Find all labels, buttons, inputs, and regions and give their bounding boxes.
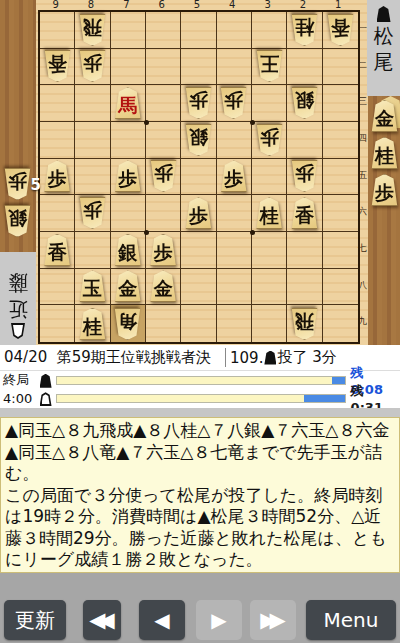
cell-3-6: 桂 (252, 195, 287, 232)
sente-clock-icon (37, 371, 55, 390)
cell-2-2 (287, 49, 322, 86)
koma-gote-8-1: 飛 (78, 14, 107, 46)
cell-3-7 (252, 232, 287, 269)
koma-gote-4-3: 歩 (219, 87, 248, 119)
gote-piece-icon (11, 323, 25, 339)
cell-3-3 (252, 85, 287, 122)
hand-gote-銀: 銀 (3, 205, 32, 237)
koma-gote-5-4: 銀 (184, 124, 213, 156)
cell-6-7: 歩 (146, 232, 181, 269)
shogi-board: 987654321 一二三四五六七八九 飛桂香香歩王馬歩歩銀銀歩歩歩歩歩歩歩歩桂… (36, 0, 368, 345)
koma-sente-6-7: 歩 (149, 234, 178, 266)
cell-9-9 (40, 305, 75, 342)
file-label-8: 8 (73, 0, 108, 10)
koma-sente-9-5: 歩 (43, 160, 72, 192)
koma-gote-9-2: 香 (43, 50, 72, 82)
koma-gote-3-4: 歩 (255, 124, 284, 156)
cell-9-7: 香 (40, 232, 75, 269)
koma-sente-7-8: 金 (113, 270, 142, 302)
cell-3-8 (252, 269, 287, 306)
step-forward-button[interactable]: ▶ (196, 600, 242, 640)
board-grid: 飛桂香香歩王馬歩歩銀銀歩歩歩歩歩歩歩歩桂香香銀歩玉金金桂角飛 (38, 10, 360, 344)
cell-5-3: 歩 (181, 85, 216, 122)
sente-clock-label: 終局 (0, 371, 37, 389)
gote-clock-icon (37, 389, 55, 408)
hand-sente-金: 金 (370, 100, 399, 132)
file-label-1: 1 (321, 0, 356, 10)
sente-hand: 金桂歩 (370, 100, 399, 206)
file-label-3: 3 (250, 0, 285, 10)
sente-move-icon (264, 351, 276, 365)
sente-name-char-1: 松 (374, 24, 394, 48)
cell-8-2: 歩 (75, 49, 110, 86)
cell-6-3 (146, 85, 181, 122)
koma-gote-8-6: 歩 (78, 197, 107, 229)
hand-koma-sente-歩: 歩 (370, 174, 399, 206)
cell-2-7 (287, 232, 322, 269)
step-back-button[interactable]: ◀ (139, 600, 185, 640)
cell-1-5 (323, 159, 358, 196)
star-point-4 (250, 230, 255, 235)
cell-5-8 (181, 269, 216, 306)
toolbar: 更新◀◀◀▶▶▶Menu (0, 573, 400, 643)
koma-gote-8-2: 歩 (78, 50, 107, 82)
koma-gote-1-1: 香 (326, 14, 355, 46)
sente-time-bar (56, 376, 345, 385)
koma-sente-4-5: 歩 (219, 160, 248, 192)
cell-8-8: 玉 (75, 269, 110, 306)
gote-hand: 歩5銀 (3, 168, 32, 237)
hand-count-badge: 5 (31, 176, 41, 194)
cell-5-1 (181, 12, 216, 49)
skip-to-end-button[interactable]: ▶▶ (250, 600, 296, 640)
koma-sente-9-7: 香 (43, 234, 72, 266)
koma-gote-2-3: 銀 (290, 87, 319, 119)
koma-sente-8-9: 桂 (78, 308, 107, 340)
cell-7-6 (111, 195, 146, 232)
cell-1-2 (323, 49, 358, 86)
cell-9-6 (40, 195, 75, 232)
koma-sente-3-6: 桂 (255, 197, 284, 229)
cell-9-1 (40, 12, 75, 49)
hand-koma-sente-金: 金 (370, 100, 399, 132)
event-title: 04/20 第59期王位戦挑戦者決 (0, 348, 225, 367)
file-label-9: 9 (38, 0, 73, 10)
cell-2-8 (287, 269, 322, 306)
koma-gote-2-9: 飛 (290, 308, 319, 340)
cell-8-3 (75, 85, 110, 122)
cell-1-1: 香 (323, 12, 358, 49)
cell-5-9 (181, 305, 216, 342)
cell-1-4 (323, 122, 358, 159)
koma-gote-2-1: 桂 (290, 14, 319, 46)
cell-8-7 (75, 232, 110, 269)
hand-sente-歩: 歩 (370, 174, 399, 206)
cell-8-1: 飛 (75, 12, 110, 49)
star-point-3 (144, 230, 149, 235)
sente-player-plate: 松 尾 (367, 0, 400, 96)
sente-time-bar-fill (332, 377, 345, 384)
hand-koma-sente-桂: 桂 (370, 137, 399, 169)
cell-3-4: 歩 (252, 122, 287, 159)
gote-time-bar (56, 394, 345, 403)
cell-2-3: 銀 (287, 85, 322, 122)
cell-7-3: 馬 (111, 85, 146, 122)
cell-6-2 (146, 49, 181, 86)
gote-time-bar-fill (304, 395, 344, 402)
hand-koma-gote-歩: 歩 (3, 168, 32, 200)
cell-7-8: 金 (111, 269, 146, 306)
app-root: 987654321 一二三四五六七八九 飛桂香香歩王馬歩歩銀銀歩歩歩歩歩歩歩歩桂… (0, 0, 400, 643)
skip-to-start-button[interactable]: ◀◀ (83, 600, 121, 640)
cell-4-6 (217, 195, 252, 232)
koma-sente-7-7: 銀 (113, 234, 142, 266)
cell-9-8 (40, 269, 75, 306)
cell-3-5 (252, 159, 287, 196)
cell-9-3 (40, 85, 75, 122)
cell-4-4 (217, 122, 252, 159)
hand-koma-gote-銀: 銀 (3, 205, 32, 237)
cell-5-7 (181, 232, 216, 269)
cell-2-4 (287, 122, 322, 159)
cell-4-7 (217, 232, 252, 269)
cell-7-1 (111, 12, 146, 49)
cell-5-2 (181, 49, 216, 86)
cell-9-4 (40, 122, 75, 159)
file-label-2: 2 (285, 0, 320, 10)
cell-1-6 (323, 195, 358, 232)
cell-5-6: 歩 (181, 195, 216, 232)
koma-gote-6-5: 歩 (149, 160, 178, 192)
cell-2-1: 桂 (287, 12, 322, 49)
koma-sente-7-3: 馬 (113, 87, 142, 119)
star-point-1 (144, 120, 149, 125)
cell-4-9 (217, 305, 252, 342)
commentary-text[interactable]: ▲同玉△８九飛成▲８八桂△７八銀▲７六玉△８六金▲同玉△８八竜▲７六玉△８七竜ま… (0, 417, 400, 573)
cell-5-5 (181, 159, 216, 196)
koma-gote-2-5: 歩 (290, 160, 319, 192)
result-text: 投了 3分 (277, 348, 336, 367)
cell-1-9 (323, 305, 358, 342)
gote-clock-row: 4:00 残 0:31 (0, 390, 400, 408)
file-label-6: 6 (144, 0, 179, 10)
cell-7-2 (111, 49, 146, 86)
sente-clock-row: 終局 残 0:08 (0, 371, 400, 389)
koma-gote-3-2: 王 (255, 50, 284, 82)
gote-player-plate: 近 藤 (0, 252, 36, 345)
koma-sente-5-6: 歩 (184, 197, 213, 229)
cell-8-5 (75, 159, 110, 196)
cell-7-9: 角 (111, 305, 146, 342)
file-label-7: 7 (109, 0, 144, 10)
file-label-4: 4 (215, 0, 250, 10)
cell-9-5: 歩 (40, 159, 75, 196)
gote-name-char-2: 藤 (8, 271, 28, 295)
cell-1-3 (323, 85, 358, 122)
cell-4-5: 歩 (217, 159, 252, 196)
cell-3-1 (252, 12, 287, 49)
move-number: 109. (230, 349, 263, 367)
gote-name-char-1: 近 (8, 297, 28, 321)
cell-2-6: 香 (287, 195, 322, 232)
cell-6-9 (146, 305, 181, 342)
cell-6-5: 歩 (146, 159, 181, 196)
cell-6-8: 金 (146, 269, 181, 306)
koma-gote-7-9: 角 (113, 308, 142, 340)
cell-1-7 (323, 232, 358, 269)
cell-2-9: 飛 (287, 305, 322, 342)
star-point-2 (250, 120, 255, 125)
cell-8-9: 桂 (75, 305, 110, 342)
hand-gote-歩: 歩5 (3, 168, 32, 200)
cell-6-4 (146, 122, 181, 159)
sente-name-char-2: 尾 (374, 50, 394, 74)
info-bar: 04/20 第59期王位戦挑戦者決 109. 投了 3分 (0, 345, 400, 371)
cell-5-4: 銀 (181, 122, 216, 159)
menu-button[interactable]: Menu (306, 600, 396, 640)
koma-sente-7-5: 歩 (113, 160, 142, 192)
cell-1-8 (323, 269, 358, 306)
cell-8-4 (75, 122, 110, 159)
cell-3-9 (252, 305, 287, 342)
cell-6-6 (146, 195, 181, 232)
divider-bar (0, 408, 400, 417)
hand-sente-桂: 桂 (370, 137, 399, 169)
koma-sente-2-6: 香 (290, 197, 319, 229)
gote-clock-label: 4:00 (0, 391, 37, 406)
cell-2-5: 歩 (287, 159, 322, 196)
cell-6-1 (146, 12, 181, 49)
file-labels: 987654321 (38, 0, 356, 10)
koma-sente-6-8: 金 (149, 270, 178, 302)
cell-8-6: 歩 (75, 195, 110, 232)
cell-7-7: 銀 (111, 232, 146, 269)
sente-piece-icon (377, 6, 391, 22)
koma-gote-5-3: 歩 (184, 87, 213, 119)
cell-4-3: 歩 (217, 85, 252, 122)
cell-7-4 (111, 122, 146, 159)
cell-4-8 (217, 269, 252, 306)
move-status: 109. 投了 3分 (225, 348, 337, 367)
cell-4-2 (217, 49, 252, 86)
cell-9-2: 香 (40, 49, 75, 86)
cell-4-1 (217, 12, 252, 49)
koma-sente-8-8: 玉 (78, 270, 107, 302)
cell-7-5: 歩 (111, 159, 146, 196)
cell-3-2: 王 (252, 49, 287, 86)
file-label-5: 5 (179, 0, 214, 10)
refresh-button[interactable]: 更新 (4, 600, 66, 640)
clock-panel: 終局 残 0:08 4:00 残 0:31 (0, 371, 400, 408)
